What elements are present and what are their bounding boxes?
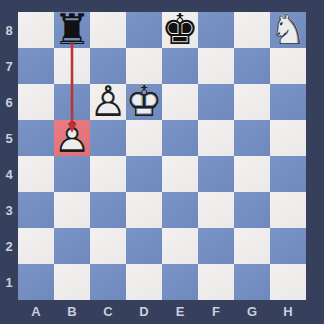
rank-label-3: 3 (0, 192, 18, 228)
black-king-glyph: ♚ (162, 12, 198, 48)
square-c6[interactable]: ♟♙ (90, 84, 126, 120)
square-d5[interactable] (126, 120, 162, 156)
file-label-d: D (126, 300, 162, 322)
square-e5[interactable] (162, 120, 198, 156)
white-knight-outline: ♘ (270, 12, 306, 48)
square-h6[interactable] (270, 84, 306, 120)
file-label-c: C (90, 300, 126, 322)
square-e3[interactable] (162, 192, 198, 228)
square-c3[interactable] (90, 192, 126, 228)
square-f1[interactable] (198, 264, 234, 300)
rank-label-6: 6 (0, 84, 18, 120)
file-label-f: F (198, 300, 234, 322)
white-pawn[interactable]: ♟♙ (54, 120, 90, 156)
square-a3[interactable] (18, 192, 54, 228)
square-e6[interactable] (162, 84, 198, 120)
square-b3[interactable] (54, 192, 90, 228)
rank-label-7: 7 (0, 48, 18, 84)
square-b1[interactable] (54, 264, 90, 300)
square-a6[interactable] (18, 84, 54, 120)
square-h7[interactable] (270, 48, 306, 84)
square-a4[interactable] (18, 156, 54, 192)
square-g4[interactable] (234, 156, 270, 192)
white-pawn-outline: ♙ (90, 84, 126, 120)
file-labels: ABCDEFGH (18, 300, 306, 322)
rank-label-1: 1 (0, 264, 18, 300)
square-f5[interactable] (198, 120, 234, 156)
square-g2[interactable] (234, 228, 270, 264)
square-f4[interactable] (198, 156, 234, 192)
file-label-h: H (270, 300, 306, 322)
square-e1[interactable] (162, 264, 198, 300)
square-a2[interactable] (18, 228, 54, 264)
square-c2[interactable] (90, 228, 126, 264)
white-knight[interactable]: ♞♘ (270, 12, 306, 48)
file-label-g: G (234, 300, 270, 322)
square-f8[interactable] (198, 12, 234, 48)
rank-labels: 87654321 (0, 12, 18, 300)
rank-label-2: 2 (0, 228, 18, 264)
square-c5[interactable] (90, 120, 126, 156)
square-g5[interactable] (234, 120, 270, 156)
square-d3[interactable] (126, 192, 162, 228)
square-a5[interactable] (18, 120, 54, 156)
board-grid: ♜♚♞♘♟♙♚♔♟♙ (18, 12, 306, 300)
rank-label-8: 8 (0, 12, 18, 48)
square-a8[interactable] (18, 12, 54, 48)
square-h2[interactable] (270, 228, 306, 264)
square-h5[interactable] (270, 120, 306, 156)
square-d4[interactable] (126, 156, 162, 192)
black-rook[interactable]: ♜ (54, 12, 90, 48)
square-b2[interactable] (54, 228, 90, 264)
rank-label-5: 5 (0, 120, 18, 156)
white-king[interactable]: ♚♔ (126, 84, 162, 120)
square-f6[interactable] (198, 84, 234, 120)
square-c1[interactable] (90, 264, 126, 300)
white-pawn-outline: ♙ (54, 120, 90, 156)
square-b7[interactable] (54, 48, 90, 84)
square-f7[interactable] (198, 48, 234, 84)
square-f2[interactable] (198, 228, 234, 264)
chess-board: 87654321 ABCDEFGH ♜♚♞♘♟♙♚♔♟♙ (0, 0, 324, 324)
square-a7[interactable] (18, 48, 54, 84)
rank-label-4: 4 (0, 156, 18, 192)
square-e4[interactable] (162, 156, 198, 192)
square-g8[interactable] (234, 12, 270, 48)
square-g3[interactable] (234, 192, 270, 228)
square-e2[interactable] (162, 228, 198, 264)
square-d6[interactable]: ♚♔ (126, 84, 162, 120)
square-b8[interactable]: ♜ (54, 12, 90, 48)
file-label-e: E (162, 300, 198, 322)
black-rook-glyph: ♜ (54, 12, 90, 48)
square-c4[interactable] (90, 156, 126, 192)
square-h8[interactable]: ♞♘ (270, 12, 306, 48)
square-h3[interactable] (270, 192, 306, 228)
square-d1[interactable] (126, 264, 162, 300)
square-g1[interactable] (234, 264, 270, 300)
square-e7[interactable] (162, 48, 198, 84)
white-pawn[interactable]: ♟♙ (90, 84, 126, 120)
file-label-a: A (18, 300, 54, 322)
square-g7[interactable] (234, 48, 270, 84)
square-f3[interactable] (198, 192, 234, 228)
square-a1[interactable] (18, 264, 54, 300)
square-h4[interactable] (270, 156, 306, 192)
square-e8[interactable]: ♚ (162, 12, 198, 48)
square-d2[interactable] (126, 228, 162, 264)
black-king[interactable]: ♚ (162, 12, 198, 48)
file-label-b: B (54, 300, 90, 322)
square-b5[interactable]: ♟♙ (54, 120, 90, 156)
square-g6[interactable] (234, 84, 270, 120)
square-c8[interactable] (90, 12, 126, 48)
white-king-outline: ♔ (126, 84, 162, 120)
square-d8[interactable] (126, 12, 162, 48)
square-h1[interactable] (270, 264, 306, 300)
square-b4[interactable] (54, 156, 90, 192)
